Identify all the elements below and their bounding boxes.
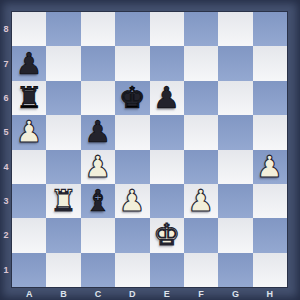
square-a8[interactable] [12,12,46,46]
file-label-a: A [12,287,46,300]
square-c4[interactable]: ♟ [81,150,115,184]
square-d8[interactable] [115,12,149,46]
piece-white-pawn[interactable]: ♟ [84,152,111,182]
piece-white-rook[interactable]: ♜ [50,186,77,216]
square-a4[interactable] [12,150,46,184]
square-h5[interactable] [253,115,287,149]
square-a6[interactable]: ♜ [12,81,46,115]
board[interactable]: ♟♜♚♟♟♟♟♟♜♝♟♟♚ [12,12,287,287]
square-a3[interactable] [12,184,46,218]
square-b2[interactable] [46,218,80,252]
square-f4[interactable] [184,150,218,184]
square-f3[interactable]: ♟ [184,184,218,218]
rank-labels: 87654321 [0,12,12,287]
piece-black-king[interactable]: ♚ [119,83,146,113]
file-label-g: G [218,287,252,300]
square-a2[interactable] [12,218,46,252]
file-label-e: E [150,287,184,300]
rank-label-7: 7 [0,46,12,80]
square-b6[interactable] [46,81,80,115]
square-g4[interactable] [218,150,252,184]
square-g3[interactable] [218,184,252,218]
square-e6[interactable]: ♟ [150,81,184,115]
piece-white-pawn[interactable]: ♟ [119,186,146,216]
file-labels: ABCDEFGH [12,287,287,300]
square-c3[interactable]: ♝ [81,184,115,218]
square-c1[interactable] [81,253,115,287]
square-b3[interactable]: ♜ [46,184,80,218]
rank-label-4: 4 [0,150,12,184]
square-e8[interactable] [150,12,184,46]
square-g8[interactable] [218,12,252,46]
square-b7[interactable] [46,46,80,80]
square-h4[interactable]: ♟ [253,150,287,184]
square-e3[interactable] [150,184,184,218]
square-g7[interactable] [218,46,252,80]
square-b4[interactable] [46,150,80,184]
file-label-h: H [253,287,287,300]
square-a1[interactable] [12,253,46,287]
file-label-d: D [115,287,149,300]
square-g2[interactable] [218,218,252,252]
square-f1[interactable] [184,253,218,287]
square-h6[interactable] [253,81,287,115]
rank-label-3: 3 [0,184,12,218]
square-a7[interactable]: ♟ [12,46,46,80]
piece-white-pawn[interactable]: ♟ [188,186,215,216]
square-e4[interactable] [150,150,184,184]
piece-black-bishop[interactable]: ♝ [84,186,111,216]
rank-label-8: 8 [0,12,12,46]
square-h2[interactable] [253,218,287,252]
piece-black-pawn[interactable]: ♟ [84,117,111,147]
rank-label-6: 6 [0,81,12,115]
square-d5[interactable] [115,115,149,149]
square-d3[interactable]: ♟ [115,184,149,218]
square-h8[interactable] [253,12,287,46]
piece-white-king[interactable]: ♚ [153,220,180,250]
rank-label-1: 1 [0,253,12,287]
square-h7[interactable] [253,46,287,80]
square-g6[interactable] [218,81,252,115]
piece-black-pawn[interactable]: ♟ [153,83,180,113]
square-d6[interactable]: ♚ [115,81,149,115]
square-d7[interactable] [115,46,149,80]
file-label-b: B [46,287,80,300]
square-e2[interactable]: ♚ [150,218,184,252]
square-h3[interactable] [253,184,287,218]
piece-white-pawn[interactable]: ♟ [256,152,283,182]
square-c5[interactable]: ♟ [81,115,115,149]
rank-label-2: 2 [0,218,12,252]
square-d2[interactable] [115,218,149,252]
square-h1[interactable] [253,253,287,287]
file-label-c: C [81,287,115,300]
square-f5[interactable] [184,115,218,149]
square-e5[interactable] [150,115,184,149]
square-a5[interactable]: ♟ [12,115,46,149]
square-g5[interactable] [218,115,252,149]
square-c7[interactable] [81,46,115,80]
square-c6[interactable] [81,81,115,115]
square-c2[interactable] [81,218,115,252]
square-b5[interactable] [46,115,80,149]
square-e1[interactable] [150,253,184,287]
square-f2[interactable] [184,218,218,252]
square-b8[interactable] [46,12,80,46]
square-f7[interactable] [184,46,218,80]
square-c8[interactable] [81,12,115,46]
file-label-f: F [184,287,218,300]
rank-label-5: 5 [0,115,12,149]
square-d4[interactable] [115,150,149,184]
square-b1[interactable] [46,253,80,287]
square-f8[interactable] [184,12,218,46]
square-d1[interactable] [115,253,149,287]
square-g1[interactable] [218,253,252,287]
square-e7[interactable] [150,46,184,80]
piece-white-pawn[interactable]: ♟ [16,117,43,147]
piece-black-rook[interactable]: ♜ [16,83,43,113]
chess-board-frame: 87654321 ♟♜♚♟♟♟♟♟♜♝♟♟♚ ABCDEFGH [0,0,300,300]
square-f6[interactable] [184,81,218,115]
piece-black-pawn[interactable]: ♟ [16,49,43,79]
